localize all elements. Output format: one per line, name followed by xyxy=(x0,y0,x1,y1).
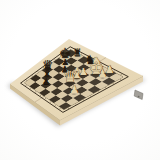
product-photo: ♚♛♜♝♞♟♟♟♚♛♝♞♟♟♟♟ xyxy=(0,0,160,160)
clasp xyxy=(134,90,143,100)
chess-board-graphic xyxy=(0,0,160,160)
